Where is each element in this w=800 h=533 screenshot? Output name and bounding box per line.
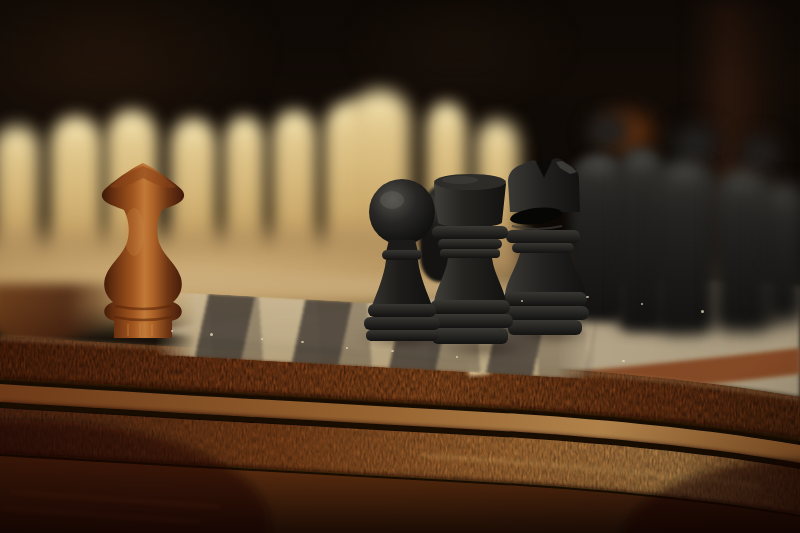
dust-speck: [521, 300, 523, 302]
dust-specks: [0, 0, 800, 533]
dust-speck: [346, 347, 348, 349]
dust-speck: [210, 333, 213, 336]
dust-speck: [701, 310, 704, 313]
photo: [0, 0, 800, 533]
dust-speck: [261, 338, 263, 340]
dust-speck: [586, 296, 589, 298]
dust-speck: [301, 341, 304, 343]
dust-speck: [622, 360, 625, 362]
dust-speck: [456, 356, 458, 358]
dust-speck: [391, 350, 394, 352]
dust-speck: [641, 303, 643, 305]
dust-speck: [171, 330, 173, 332]
